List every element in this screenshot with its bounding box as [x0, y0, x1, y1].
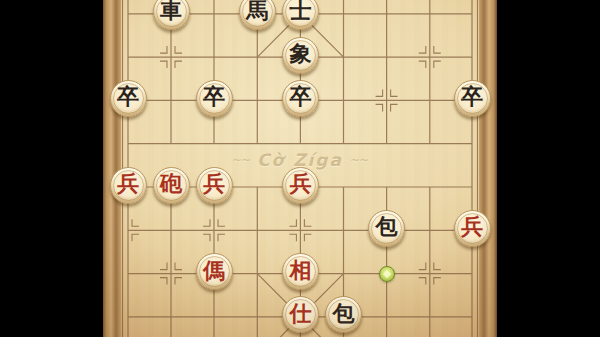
piece-glyph: 包: [376, 216, 398, 238]
piece-glyph: 卒: [461, 86, 483, 108]
piece-glyph: 卒: [117, 86, 139, 108]
piece-glyph: 兵: [203, 173, 225, 195]
piece-black-cannon[interactable]: 包: [368, 210, 405, 247]
piece-red-soldier[interactable]: 兵: [454, 210, 491, 247]
piece-glyph: 砲: [160, 173, 182, 195]
piece-glyph: 仕: [289, 303, 311, 325]
xiangqi-board[interactable]: ~~Cờ Zíga~~ 車馬士象卒卒卒卒兵砲兵兵包兵傌相仕包: [103, 0, 497, 337]
piece-glyph: 卒: [203, 86, 225, 108]
board-frame-right: [479, 0, 497, 337]
piece-red-horse[interactable]: 傌: [196, 253, 233, 290]
piece-red-cannon[interactable]: 砲: [153, 167, 190, 204]
piece-black-elephant[interactable]: 象: [282, 37, 319, 74]
piece-glyph: 卒: [289, 86, 311, 108]
piece-red-soldier[interactable]: 兵: [282, 167, 319, 204]
piece-glyph: 兵: [461, 216, 483, 238]
piece-red-elephant[interactable]: 相: [282, 253, 319, 290]
piece-glyph: 傌: [203, 260, 225, 282]
screenshot-root: ~~Cờ Zíga~~ 車馬士象卒卒卒卒兵砲兵兵包兵傌相仕包: [0, 0, 600, 337]
piece-black-soldier[interactable]: 卒: [454, 80, 491, 117]
piece-glyph: 車: [160, 0, 182, 22]
piece-glyph: 兵: [117, 173, 139, 195]
piece-black-soldier[interactable]: 卒: [110, 80, 147, 117]
piece-black-soldier[interactable]: 卒: [282, 80, 319, 117]
piece-glyph: 包: [333, 303, 355, 325]
move-hint-dot[interactable]: [379, 266, 395, 282]
piece-glyph: 相: [289, 260, 311, 282]
piece-red-soldier[interactable]: 兵: [196, 167, 233, 204]
piece-black-soldier[interactable]: 卒: [196, 80, 233, 117]
piece-red-advisor[interactable]: 仕: [282, 296, 319, 333]
piece-glyph: 馬: [246, 0, 268, 22]
piece-glyph: 象: [289, 43, 311, 65]
piece-glyph: 士: [289, 0, 311, 22]
piece-red-soldier[interactable]: 兵: [110, 167, 147, 204]
piece-glyph: 兵: [289, 173, 311, 195]
